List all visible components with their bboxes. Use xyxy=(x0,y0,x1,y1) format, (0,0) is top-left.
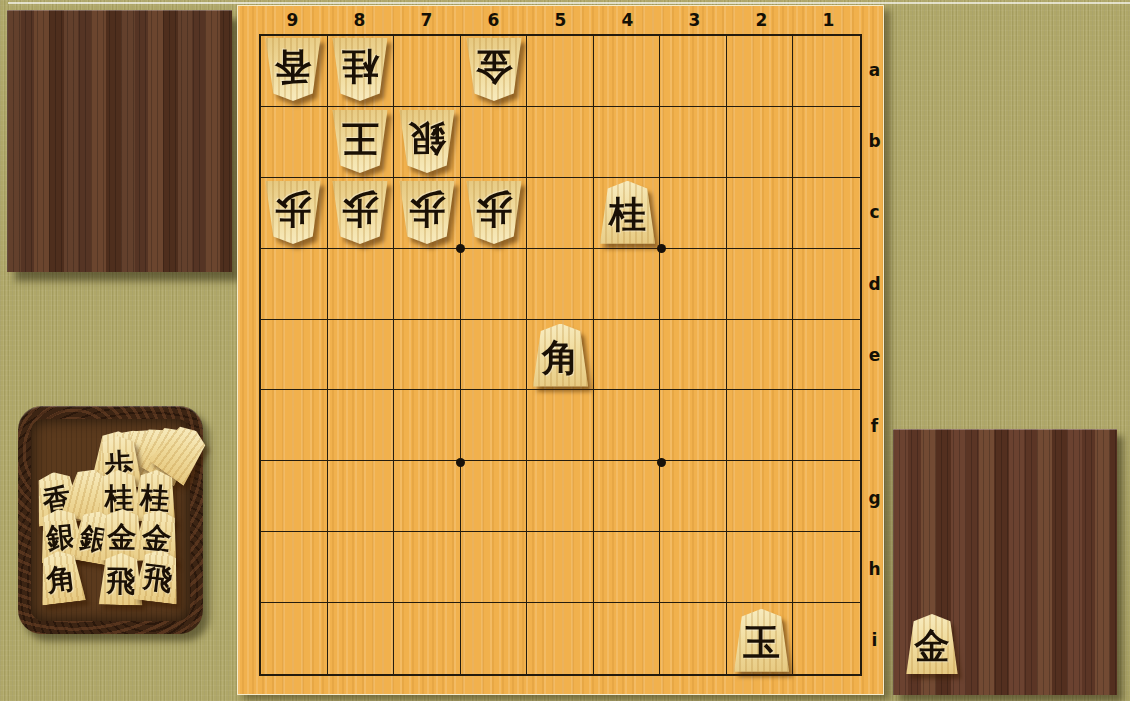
file-label-2: 2 xyxy=(728,7,795,33)
square-6h[interactable] xyxy=(461,532,528,603)
square-1g[interactable] xyxy=(793,461,860,532)
star-point xyxy=(657,458,666,467)
piece-kanji: 飛 xyxy=(142,562,174,594)
piece-kanji: 歩 xyxy=(341,191,378,228)
sente-bishop-5e[interactable]: 角 xyxy=(532,324,590,387)
square-2h[interactable] xyxy=(727,532,794,603)
square-3g[interactable] xyxy=(660,461,727,532)
piece-face: 歩 xyxy=(398,181,456,244)
piece-kanji: 飛 xyxy=(106,567,136,597)
piece-kanji: 金 xyxy=(107,523,137,553)
file-label-5: 5 xyxy=(527,7,594,33)
rank-label-d: d xyxy=(864,248,885,319)
square-6g[interactable] xyxy=(461,461,528,532)
star-point xyxy=(456,244,465,253)
piece-face: 歩 xyxy=(465,181,523,244)
piece-face: 王 xyxy=(331,110,389,173)
square-9e[interactable] xyxy=(261,320,328,391)
square-8i[interactable] xyxy=(328,603,395,674)
gote-king-8b[interactable]: 王 xyxy=(331,110,389,173)
file-label-1: 1 xyxy=(795,7,862,33)
rank-label-c: c xyxy=(864,177,885,248)
piece-face: 桂 xyxy=(599,181,657,244)
square-1b[interactable] xyxy=(793,107,860,178)
rank-label-b: b xyxy=(864,105,885,176)
square-5f[interactable] xyxy=(527,390,594,461)
window-top-highlight xyxy=(8,2,1130,4)
piece-kanji: 金 xyxy=(915,629,950,664)
piece-face: 香 xyxy=(264,38,322,101)
square-1f[interactable] xyxy=(793,390,860,461)
piece-box: 歩香桂桂銀銀金金角飛飛 xyxy=(18,406,203,634)
square-4h[interactable] xyxy=(594,532,661,603)
shogi-app-window: { "game": "shogi", "app": { "description… xyxy=(0,0,1130,701)
gote-pawn-6c[interactable]: 歩 xyxy=(465,181,523,244)
piece-face: 角 xyxy=(532,324,590,387)
square-3b[interactable] xyxy=(660,107,727,178)
file-labels: 987654321 xyxy=(259,7,862,33)
gote-lance-9a[interactable]: 香 xyxy=(264,38,322,101)
file-label-6: 6 xyxy=(460,7,527,33)
square-8h[interactable] xyxy=(328,532,395,603)
piece-kanji: 歩 xyxy=(408,191,445,228)
piece-kanji: 銀 xyxy=(408,120,445,157)
file-label-8: 8 xyxy=(326,7,393,33)
box-piece-角[interactable]: 角 xyxy=(38,551,84,603)
gote-pawn-7c[interactable]: 歩 xyxy=(398,181,456,244)
shogi-board-panel: 987654321 abcdefghi 香桂金王銀歩歩歩歩桂角玉 xyxy=(237,5,884,695)
square-1a[interactable] xyxy=(793,36,860,107)
square-4f[interactable] xyxy=(594,390,661,461)
square-7g[interactable] xyxy=(394,461,461,532)
box-piece-飛[interactable]: 飛 xyxy=(135,550,181,602)
rank-label-i: i xyxy=(864,605,885,676)
square-2b[interactable] xyxy=(727,107,794,178)
piece-kanji: 金 xyxy=(475,49,512,86)
piece-face: 金 xyxy=(465,38,523,101)
gote-knight-8a[interactable]: 桂 xyxy=(331,38,389,101)
square-5d[interactable] xyxy=(527,249,594,320)
piece-kanji: 歩 xyxy=(274,191,311,228)
rank-label-e: e xyxy=(864,319,885,390)
rank-label-a: a xyxy=(864,34,885,105)
square-6b[interactable] xyxy=(461,107,528,178)
piece-face: 角 xyxy=(35,548,87,605)
square-6e[interactable] xyxy=(461,320,528,391)
square-2a[interactable] xyxy=(727,36,794,107)
piece-kanji: 玉 xyxy=(743,624,780,661)
square-5i[interactable] xyxy=(527,603,594,674)
square-5h[interactable] xyxy=(527,532,594,603)
square-3d[interactable] xyxy=(660,249,727,320)
star-point xyxy=(657,244,666,253)
square-5c[interactable] xyxy=(527,178,594,249)
star-point xyxy=(456,458,465,467)
square-8f[interactable] xyxy=(328,390,395,461)
file-label-3: 3 xyxy=(661,7,728,33)
square-4i[interactable] xyxy=(594,603,661,674)
square-3a[interactable] xyxy=(660,36,727,107)
hand-piece-gold[interactable]: 金 xyxy=(905,614,959,674)
square-9b[interactable] xyxy=(261,107,328,178)
square-4e[interactable] xyxy=(594,320,661,391)
square-3i[interactable] xyxy=(660,603,727,674)
square-2e[interactable] xyxy=(727,320,794,391)
square-1e[interactable] xyxy=(793,320,860,391)
komadai-gote xyxy=(7,10,232,272)
komadai-sente: 金 xyxy=(893,429,1117,695)
gote-silver-7b[interactable]: 銀 xyxy=(398,110,456,173)
piece-box-interior: 歩香桂桂銀銀金金角飛飛 xyxy=(31,419,190,621)
file-label-7: 7 xyxy=(393,7,460,33)
square-2g[interactable] xyxy=(727,461,794,532)
piece-face: 歩 xyxy=(264,181,322,244)
piece-kanji: 桂 xyxy=(341,49,378,86)
square-7d[interactable] xyxy=(394,249,461,320)
square-1i[interactable] xyxy=(793,603,860,674)
piece-face: 金 xyxy=(905,614,959,674)
square-7f[interactable] xyxy=(394,390,461,461)
square-7a[interactable] xyxy=(394,36,461,107)
file-label-9: 9 xyxy=(259,7,326,33)
square-1d[interactable] xyxy=(793,249,860,320)
piece-kanji: 歩 xyxy=(475,191,512,228)
square-8g[interactable] xyxy=(328,461,395,532)
square-6f[interactable] xyxy=(461,390,528,461)
square-3f[interactable] xyxy=(660,390,727,461)
square-4a[interactable] xyxy=(594,36,661,107)
piece-face: 玉 xyxy=(733,609,791,672)
piece-kanji: 角 xyxy=(542,339,579,376)
piece-kanji: 香 xyxy=(274,49,311,86)
square-4d[interactable] xyxy=(594,249,661,320)
piece-face: 銀 xyxy=(398,110,456,173)
square-4b[interactable] xyxy=(594,107,661,178)
piece-kanji: 角 xyxy=(45,563,77,595)
gote-gold-6a[interactable]: 金 xyxy=(465,38,523,101)
square-9d[interactable] xyxy=(261,249,328,320)
square-6i[interactable] xyxy=(461,603,528,674)
file-label-4: 4 xyxy=(594,7,661,33)
square-7e[interactable] xyxy=(394,320,461,391)
square-7h[interactable] xyxy=(394,532,461,603)
square-7i[interactable] xyxy=(394,603,461,674)
piece-kanji: 桂 xyxy=(609,196,646,233)
gote-pawn-8c[interactable]: 歩 xyxy=(331,181,389,244)
square-4g[interactable] xyxy=(594,461,661,532)
square-1h[interactable] xyxy=(793,532,860,603)
square-5a[interactable] xyxy=(527,36,594,107)
square-9h[interactable] xyxy=(261,532,328,603)
square-9i[interactable] xyxy=(261,603,328,674)
gote-pawn-9c[interactable]: 歩 xyxy=(264,181,322,244)
sente-knight-4c[interactable]: 桂 xyxy=(599,181,657,244)
square-8d[interactable] xyxy=(328,249,395,320)
square-2d[interactable] xyxy=(727,249,794,320)
square-9f[interactable] xyxy=(261,390,328,461)
square-1c[interactable] xyxy=(793,178,860,249)
piece-kanji: 王 xyxy=(341,120,378,157)
piece-face: 桂 xyxy=(331,38,389,101)
square-2c[interactable] xyxy=(727,178,794,249)
rank-label-f: f xyxy=(864,391,885,462)
square-8e[interactable] xyxy=(328,320,395,391)
rank-label-h: h xyxy=(864,533,885,604)
square-3e[interactable] xyxy=(660,320,727,391)
square-3c[interactable] xyxy=(660,178,727,249)
piece-face: 飛 xyxy=(132,547,184,604)
square-5b[interactable] xyxy=(527,107,594,178)
square-3h[interactable] xyxy=(660,532,727,603)
square-6d[interactable] xyxy=(461,249,528,320)
sente-king-2i[interactable]: 玉 xyxy=(733,609,791,672)
piece-face: 歩 xyxy=(331,181,389,244)
rank-labels: abcdefghi xyxy=(864,34,885,676)
square-9g[interactable] xyxy=(261,461,328,532)
square-2f[interactable] xyxy=(727,390,794,461)
square-5g[interactable] xyxy=(527,461,594,532)
rank-label-g: g xyxy=(864,462,885,533)
